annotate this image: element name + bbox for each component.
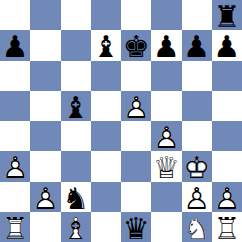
piece-white-rook[interactable]: ♜♖: [212, 213, 242, 242]
square-c6[interactable]: [61, 61, 91, 91]
piece-outline-glyph: ♖: [0, 213, 30, 242]
square-d5[interactable]: [91, 91, 121, 121]
piece-outline-glyph: ♙: [30, 183, 60, 213]
square-d1[interactable]: [91, 212, 121, 242]
piece-outline-glyph: ♙: [0, 153, 30, 183]
square-a2[interactable]: [0, 182, 30, 212]
square-h3[interactable]: [212, 151, 242, 181]
square-g1[interactable]: ♞♘: [182, 212, 212, 242]
square-h7[interactable]: ♟: [212, 30, 242, 60]
chess-board: ♜♟♝♚♟♟♟♝♟♙♟♙♟♙♛♕♚♔♟♙♞♟♙♟♙♜♖♝♗♛♞♘♜♖: [0, 0, 242, 242]
square-f2[interactable]: [151, 182, 181, 212]
piece-outline-glyph: ♘: [182, 213, 212, 242]
square-e1[interactable]: ♛: [121, 212, 151, 242]
square-b6[interactable]: [30, 61, 60, 91]
square-g6[interactable]: [182, 61, 212, 91]
square-e8[interactable]: [121, 0, 151, 30]
piece-white-pawn[interactable]: ♟♙: [121, 92, 151, 122]
square-f7[interactable]: ♟: [151, 30, 181, 60]
piece-black-pawn[interactable]: ♟: [212, 32, 242, 62]
square-d7[interactable]: ♝: [91, 30, 121, 60]
piece-black-rook[interactable]: ♜: [212, 2, 242, 32]
square-e4[interactable]: [121, 121, 151, 151]
square-c4[interactable]: [61, 121, 91, 151]
piece-white-pawn[interactable]: ♟♙: [212, 183, 242, 213]
square-b5[interactable]: [30, 91, 60, 121]
square-d8[interactable]: [91, 0, 121, 30]
piece-outline-glyph: ♖: [212, 213, 242, 242]
square-a8[interactable]: [0, 0, 30, 30]
piece-black-bishop[interactable]: ♝: [61, 92, 91, 122]
piece-black-queen[interactable]: ♛: [121, 213, 151, 242]
square-g8[interactable]: [182, 0, 212, 30]
square-a3[interactable]: ♟♙: [0, 151, 30, 181]
piece-outline-glyph: ♙: [182, 183, 212, 213]
piece-outline-glyph: ♕: [151, 153, 181, 183]
square-a1[interactable]: ♜♖: [0, 212, 30, 242]
square-f6[interactable]: [151, 61, 181, 91]
square-h6[interactable]: [212, 61, 242, 91]
piece-white-pawn[interactable]: ♟♙: [30, 183, 60, 213]
square-e7[interactable]: ♚: [121, 30, 151, 60]
square-f4[interactable]: ♟♙: [151, 121, 181, 151]
square-b3[interactable]: [30, 151, 60, 181]
square-c5[interactable]: ♝: [61, 91, 91, 121]
square-d2[interactable]: [91, 182, 121, 212]
square-c3[interactable]: [61, 151, 91, 181]
square-a5[interactable]: [0, 91, 30, 121]
square-f5[interactable]: [151, 91, 181, 121]
square-h8[interactable]: ♜: [212, 0, 242, 30]
piece-black-king[interactable]: ♚: [121, 32, 151, 62]
piece-outline-glyph: ♗: [61, 213, 91, 242]
square-f1[interactable]: [151, 212, 181, 242]
square-b2[interactable]: ♟♙: [30, 182, 60, 212]
square-e3[interactable]: [121, 151, 151, 181]
square-a6[interactable]: [0, 61, 30, 91]
square-e2[interactable]: [121, 182, 151, 212]
square-e5[interactable]: ♟♙: [121, 91, 151, 121]
square-h4[interactable]: [212, 121, 242, 151]
piece-white-queen[interactable]: ♛♕: [151, 153, 181, 183]
piece-outline-glyph: ♙: [151, 123, 181, 153]
square-d3[interactable]: [91, 151, 121, 181]
square-d6[interactable]: [91, 61, 121, 91]
square-g5[interactable]: [182, 91, 212, 121]
square-f8[interactable]: [151, 0, 181, 30]
piece-outline-glyph: ♔: [182, 153, 212, 183]
square-g2[interactable]: ♟♙: [182, 182, 212, 212]
piece-white-rook[interactable]: ♜♖: [0, 213, 30, 242]
square-c1[interactable]: ♝♗: [61, 212, 91, 242]
square-h1[interactable]: ♜♖: [212, 212, 242, 242]
piece-black-bishop[interactable]: ♝: [91, 32, 121, 62]
square-a7[interactable]: ♟: [0, 30, 30, 60]
square-g3[interactable]: ♚♔: [182, 151, 212, 181]
square-g4[interactable]: [182, 121, 212, 151]
square-g7[interactable]: ♟: [182, 30, 212, 60]
square-b8[interactable]: [30, 0, 60, 30]
piece-outline-glyph: ♙: [121, 92, 151, 122]
square-c8[interactable]: [61, 0, 91, 30]
piece-white-knight[interactable]: ♞♘: [182, 213, 212, 242]
piece-white-pawn[interactable]: ♟♙: [182, 183, 212, 213]
square-b7[interactable]: [30, 30, 60, 60]
square-a4[interactable]: [0, 121, 30, 151]
square-h2[interactable]: ♟♙: [212, 182, 242, 212]
piece-white-bishop[interactable]: ♝♗: [61, 213, 91, 242]
piece-black-pawn[interactable]: ♟: [182, 32, 212, 62]
square-b4[interactable]: [30, 121, 60, 151]
square-f3[interactable]: ♛♕: [151, 151, 181, 181]
square-c7[interactable]: [61, 30, 91, 60]
square-d4[interactable]: [91, 121, 121, 151]
piece-black-knight[interactable]: ♞: [61, 183, 91, 213]
piece-outline-glyph: ♙: [212, 183, 242, 213]
square-e6[interactable]: [121, 61, 151, 91]
piece-white-pawn[interactable]: ♟♙: [0, 153, 30, 183]
piece-white-king[interactable]: ♚♔: [182, 153, 212, 183]
piece-black-pawn[interactable]: ♟: [151, 32, 181, 62]
square-c2[interactable]: ♞: [61, 182, 91, 212]
square-b1[interactable]: [30, 212, 60, 242]
square-h5[interactable]: [212, 91, 242, 121]
piece-white-pawn[interactable]: ♟♙: [151, 123, 181, 153]
piece-black-pawn[interactable]: ♟: [0, 32, 30, 62]
